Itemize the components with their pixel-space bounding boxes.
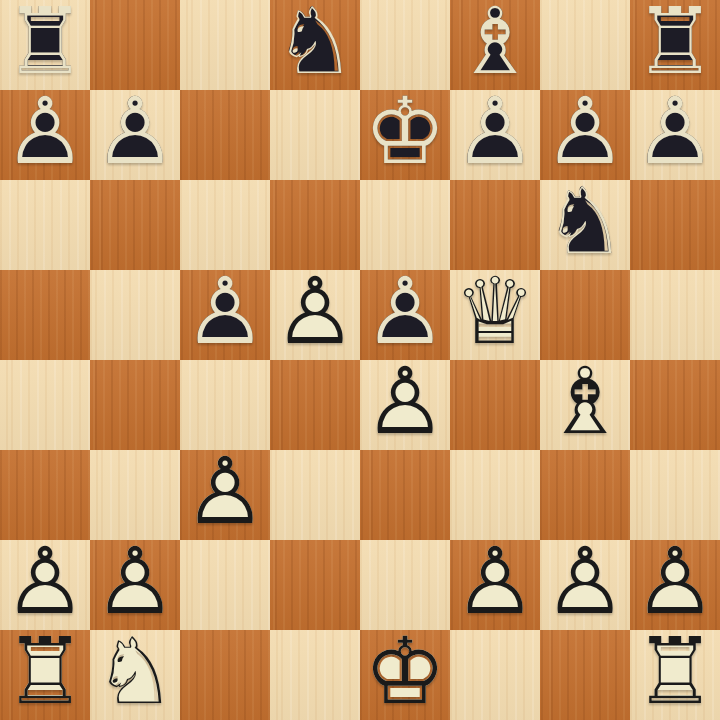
white-queen-outline-glyph: ♕ bbox=[450, 267, 540, 357]
black-pawn-outline-glyph: ♙ bbox=[0, 87, 90, 177]
square-a8[interactable]: ♜♖ bbox=[0, 0, 90, 90]
white-pawn-fill-glyph: ♟ bbox=[360, 357, 450, 447]
square-g2[interactable]: ♟♙ bbox=[540, 540, 630, 630]
white-pawn-icon[interactable]: ♟♙ bbox=[540, 540, 630, 630]
white-knight-icon[interactable]: ♞♘ bbox=[90, 630, 180, 720]
square-a6[interactable] bbox=[0, 180, 90, 270]
square-h6[interactable] bbox=[630, 180, 720, 270]
square-e7[interactable]: ♚♔ bbox=[360, 90, 450, 180]
square-c3[interactable]: ♟♙ bbox=[180, 450, 270, 540]
black-king-fill-glyph: ♚ bbox=[360, 87, 450, 177]
square-b3[interactable] bbox=[90, 450, 180, 540]
white-rook-outline-glyph: ♖ bbox=[630, 627, 720, 717]
white-pawn-fill-glyph: ♟ bbox=[540, 537, 630, 627]
square-d7[interactable] bbox=[270, 90, 360, 180]
black-knight-fill-glyph: ♞ bbox=[270, 0, 360, 87]
black-king-icon[interactable]: ♚♔ bbox=[360, 90, 450, 180]
chess-board: ♜♖♞♘♝♗♜♖♟♙♟♙♚♔♟♙♟♙♟♙♞♘♟♙♟♙♟♙♛♕♟♙♝♗♟♙♟♙♟♙… bbox=[0, 0, 720, 720]
black-rook-outline-glyph: ♖ bbox=[630, 0, 720, 87]
square-d6[interactable] bbox=[270, 180, 360, 270]
square-f7[interactable]: ♟♙ bbox=[450, 90, 540, 180]
black-pawn-icon[interactable]: ♟♙ bbox=[630, 90, 720, 180]
black-pawn-outline-glyph: ♙ bbox=[180, 267, 270, 357]
white-bishop-fill-glyph: ♝ bbox=[540, 357, 630, 447]
black-knight-icon[interactable]: ♞♘ bbox=[270, 0, 360, 90]
black-pawn-outline-glyph: ♙ bbox=[540, 87, 630, 177]
white-pawn-outline-glyph: ♙ bbox=[630, 537, 720, 627]
square-b2[interactable]: ♟♙ bbox=[90, 540, 180, 630]
white-pawn-fill-glyph: ♟ bbox=[270, 267, 360, 357]
black-pawn-outline-glyph: ♙ bbox=[90, 87, 180, 177]
white-king-icon[interactable]: ♚♔ bbox=[360, 630, 450, 720]
square-g4[interactable]: ♝♗ bbox=[540, 360, 630, 450]
square-h2[interactable]: ♟♙ bbox=[630, 540, 720, 630]
square-f4[interactable] bbox=[450, 360, 540, 450]
square-f6[interactable] bbox=[450, 180, 540, 270]
square-b1[interactable]: ♞♘ bbox=[90, 630, 180, 720]
white-pawn-icon[interactable]: ♟♙ bbox=[0, 540, 90, 630]
square-d5[interactable]: ♟♙ bbox=[270, 270, 360, 360]
black-knight-outline-glyph: ♘ bbox=[270, 0, 360, 87]
square-e2[interactable] bbox=[360, 540, 450, 630]
square-a2[interactable]: ♟♙ bbox=[0, 540, 90, 630]
square-a1[interactable]: ♜♖ bbox=[0, 630, 90, 720]
square-f2[interactable]: ♟♙ bbox=[450, 540, 540, 630]
white-pawn-icon[interactable]: ♟♙ bbox=[450, 540, 540, 630]
black-pawn-fill-glyph: ♟ bbox=[630, 87, 720, 177]
square-d4[interactable] bbox=[270, 360, 360, 450]
black-pawn-icon[interactable]: ♟♙ bbox=[360, 270, 450, 360]
square-a5[interactable] bbox=[0, 270, 90, 360]
white-pawn-outline-glyph: ♙ bbox=[360, 357, 450, 447]
square-b8[interactable] bbox=[90, 0, 180, 90]
white-knight-fill-glyph: ♞ bbox=[90, 627, 180, 717]
black-rook-icon[interactable]: ♜♖ bbox=[0, 0, 90, 90]
square-c7[interactable] bbox=[180, 90, 270, 180]
square-d1[interactable] bbox=[270, 630, 360, 720]
white-queen-icon[interactable]: ♛♕ bbox=[450, 270, 540, 360]
white-bishop-outline-glyph: ♗ bbox=[540, 357, 630, 447]
black-rook-icon[interactable]: ♜♖ bbox=[630, 0, 720, 90]
white-rook-outline-glyph: ♖ bbox=[0, 627, 90, 717]
white-pawn-fill-glyph: ♟ bbox=[450, 537, 540, 627]
square-e1[interactable]: ♚♔ bbox=[360, 630, 450, 720]
square-b7[interactable]: ♟♙ bbox=[90, 90, 180, 180]
square-c5[interactable]: ♟♙ bbox=[180, 270, 270, 360]
black-knight-fill-glyph: ♞ bbox=[540, 177, 630, 267]
black-pawn-fill-glyph: ♟ bbox=[540, 87, 630, 177]
black-pawn-icon[interactable]: ♟♙ bbox=[90, 90, 180, 180]
black-bishop-outline-glyph: ♗ bbox=[450, 0, 540, 87]
black-pawn-fill-glyph: ♟ bbox=[0, 87, 90, 177]
black-pawn-icon[interactable]: ♟♙ bbox=[180, 270, 270, 360]
white-pawn-icon[interactable]: ♟♙ bbox=[180, 450, 270, 540]
square-f5[interactable]: ♛♕ bbox=[450, 270, 540, 360]
black-bishop-fill-glyph: ♝ bbox=[450, 0, 540, 87]
white-rook-icon[interactable]: ♜♖ bbox=[0, 630, 90, 720]
black-pawn-icon[interactable]: ♟♙ bbox=[450, 90, 540, 180]
square-a3[interactable] bbox=[0, 450, 90, 540]
square-h4[interactable] bbox=[630, 360, 720, 450]
white-pawn-outline-glyph: ♙ bbox=[270, 267, 360, 357]
white-rook-fill-glyph: ♜ bbox=[0, 627, 90, 717]
white-pawn-outline-glyph: ♙ bbox=[0, 537, 90, 627]
white-pawn-icon[interactable]: ♟♙ bbox=[360, 360, 450, 450]
square-g6[interactable]: ♞♘ bbox=[540, 180, 630, 270]
square-d3[interactable] bbox=[270, 450, 360, 540]
square-f8[interactable]: ♝♗ bbox=[450, 0, 540, 90]
white-king-outline-glyph: ♔ bbox=[360, 627, 450, 717]
black-bishop-icon[interactable]: ♝♗ bbox=[450, 0, 540, 90]
square-c8[interactable] bbox=[180, 0, 270, 90]
square-d2[interactable] bbox=[270, 540, 360, 630]
black-rook-fill-glyph: ♜ bbox=[0, 0, 90, 87]
square-f3[interactable] bbox=[450, 450, 540, 540]
white-pawn-icon[interactable]: ♟♙ bbox=[90, 540, 180, 630]
white-knight-outline-glyph: ♘ bbox=[90, 627, 180, 717]
white-king-fill-glyph: ♚ bbox=[360, 627, 450, 717]
white-pawn-outline-glyph: ♙ bbox=[90, 537, 180, 627]
black-knight-outline-glyph: ♘ bbox=[540, 177, 630, 267]
white-bishop-icon[interactable]: ♝♗ bbox=[540, 360, 630, 450]
square-f1[interactable] bbox=[450, 630, 540, 720]
black-pawn-icon[interactable]: ♟♙ bbox=[540, 90, 630, 180]
square-g8[interactable] bbox=[540, 0, 630, 90]
white-pawn-outline-glyph: ♙ bbox=[180, 447, 270, 537]
white-rook-fill-glyph: ♜ bbox=[630, 627, 720, 717]
white-pawn-fill-glyph: ♟ bbox=[180, 447, 270, 537]
square-c1[interactable] bbox=[180, 630, 270, 720]
square-e8[interactable] bbox=[360, 0, 450, 90]
square-e5[interactable]: ♟♙ bbox=[360, 270, 450, 360]
white-pawn-outline-glyph: ♙ bbox=[450, 537, 540, 627]
square-h1[interactable]: ♜♖ bbox=[630, 630, 720, 720]
black-rook-fill-glyph: ♜ bbox=[630, 0, 720, 87]
white-pawn-fill-glyph: ♟ bbox=[90, 537, 180, 627]
square-h8[interactable]: ♜♖ bbox=[630, 0, 720, 90]
black-pawn-fill-glyph: ♟ bbox=[90, 87, 180, 177]
square-e4[interactable]: ♟♙ bbox=[360, 360, 450, 450]
square-g1[interactable] bbox=[540, 630, 630, 720]
square-h3[interactable] bbox=[630, 450, 720, 540]
black-king-outline-glyph: ♔ bbox=[360, 87, 450, 177]
square-g5[interactable] bbox=[540, 270, 630, 360]
black-rook-outline-glyph: ♖ bbox=[0, 0, 90, 87]
black-pawn-fill-glyph: ♟ bbox=[180, 267, 270, 357]
white-pawn-fill-glyph: ♟ bbox=[0, 537, 90, 627]
square-g3[interactable] bbox=[540, 450, 630, 540]
square-e6[interactable] bbox=[360, 180, 450, 270]
square-g7[interactable]: ♟♙ bbox=[540, 90, 630, 180]
black-pawn-outline-glyph: ♙ bbox=[360, 267, 450, 357]
white-pawn-outline-glyph: ♙ bbox=[540, 537, 630, 627]
square-b6[interactable] bbox=[90, 180, 180, 270]
square-d8[interactable]: ♞♘ bbox=[270, 0, 360, 90]
white-queen-fill-glyph: ♛ bbox=[450, 267, 540, 357]
square-c2[interactable] bbox=[180, 540, 270, 630]
square-b4[interactable] bbox=[90, 360, 180, 450]
black-pawn-outline-glyph: ♙ bbox=[630, 87, 720, 177]
black-pawn-fill-glyph: ♟ bbox=[450, 87, 540, 177]
black-pawn-outline-glyph: ♙ bbox=[450, 87, 540, 177]
white-pawn-fill-glyph: ♟ bbox=[630, 537, 720, 627]
black-pawn-fill-glyph: ♟ bbox=[360, 267, 450, 357]
black-knight-icon[interactable]: ♞♘ bbox=[540, 180, 630, 270]
square-c6[interactable] bbox=[180, 180, 270, 270]
square-a4[interactable] bbox=[0, 360, 90, 450]
white-pawn-icon[interactable]: ♟♙ bbox=[270, 270, 360, 360]
white-pawn-icon[interactable]: ♟♙ bbox=[630, 540, 720, 630]
white-rook-icon[interactable]: ♜♖ bbox=[630, 630, 720, 720]
black-pawn-icon[interactable]: ♟♙ bbox=[0, 90, 90, 180]
square-c4[interactable] bbox=[180, 360, 270, 450]
square-b5[interactable] bbox=[90, 270, 180, 360]
square-e3[interactable] bbox=[360, 450, 450, 540]
square-a7[interactable]: ♟♙ bbox=[0, 90, 90, 180]
square-h5[interactable] bbox=[630, 270, 720, 360]
square-h7[interactable]: ♟♙ bbox=[630, 90, 720, 180]
